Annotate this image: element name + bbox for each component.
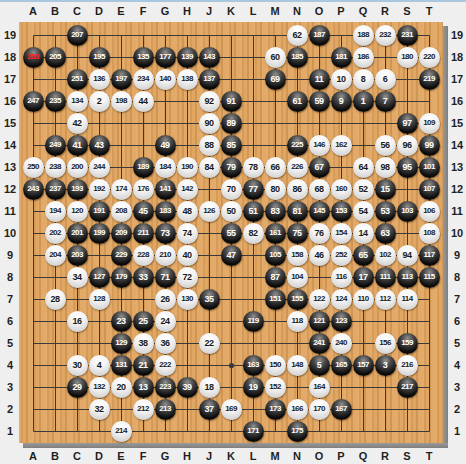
white-stone-G6-move-24: 24: [155, 311, 176, 332]
black-stone-G10-move-73: 73: [155, 223, 176, 244]
move-number: 69: [270, 75, 279, 84]
row-label-right-7: 7: [454, 293, 460, 305]
move-number: 229: [115, 251, 127, 259]
move-number: 46: [314, 251, 323, 260]
black-stone-B14-move-249: 249: [45, 135, 66, 156]
column-label-top-F: F: [140, 5, 147, 17]
black-stone-A18-move-253: 253: [23, 47, 44, 68]
move-number: 123: [335, 317, 347, 325]
column-label-bottom-O: O: [315, 450, 324, 462]
white-stone-R14-move-56: 56: [375, 135, 396, 156]
column-label-top-N: N: [293, 5, 301, 17]
black-stone-L1-move-171: 171: [243, 421, 264, 442]
white-stone-O10-move-76: 76: [309, 223, 330, 244]
move-number: 54: [358, 207, 367, 216]
column-label-top-J: J: [206, 5, 212, 17]
move-number: 238: [49, 163, 61, 171]
move-number: 5: [317, 361, 322, 370]
move-number: 18: [204, 383, 213, 392]
move-number: 41: [72, 141, 81, 150]
move-number: 112: [379, 295, 390, 303]
move-number: 2: [97, 97, 102, 106]
column-label-bottom-B: B: [51, 450, 59, 462]
black-stone-F13-move-189: 189: [133, 157, 154, 178]
black-stone-N1-move-175: 175: [287, 421, 308, 442]
white-stone-J13-move-84: 84: [199, 157, 220, 178]
white-stone-T11-move-106: 106: [419, 201, 440, 222]
move-number: 106: [423, 207, 435, 215]
move-number: 216: [401, 361, 413, 369]
white-stone-J14-move-88: 88: [199, 135, 220, 156]
move-number: 8: [361, 75, 366, 84]
move-number: 136: [93, 75, 105, 83]
column-label-bottom-P: P: [337, 450, 344, 462]
white-stone-R5-move-156: 156: [375, 333, 396, 354]
move-number: 217: [401, 383, 413, 391]
black-stone-O4-move-5: 5: [309, 355, 330, 376]
move-number: 253: [27, 53, 39, 61]
move-number: 202: [49, 229, 61, 237]
white-stone-B11-move-194: 194: [45, 201, 66, 222]
white-stone-D16-move-2: 2: [89, 91, 110, 112]
black-stone-E9-move-229: 229: [111, 245, 132, 266]
white-stone-M12-move-80: 80: [265, 179, 286, 200]
black-stone-F10-move-211: 211: [133, 223, 154, 244]
move-number: 62: [292, 31, 301, 40]
move-number: 4: [97, 361, 102, 370]
black-stone-A12-move-243: 243: [23, 179, 44, 200]
move-number: 153: [335, 207, 347, 215]
column-label-bottom-K: K: [227, 450, 235, 462]
black-stone-O6-move-121: 121: [309, 311, 330, 332]
white-stone-N2-move-166: 166: [287, 399, 308, 420]
move-number: 91: [226, 97, 235, 106]
black-stone-M8-move-87: 87: [265, 267, 286, 288]
board-shadow-bottom: [23, 443, 448, 448]
white-stone-H13-move-190: 190: [177, 157, 198, 178]
white-stone-M3-move-152: 152: [265, 377, 286, 398]
move-number: 138: [181, 75, 193, 83]
black-stone-L12-move-77: 77: [243, 179, 264, 200]
black-stone-G8-move-71: 71: [155, 267, 176, 288]
move-number: 40: [182, 251, 191, 260]
move-number: 103: [401, 207, 413, 215]
column-label-top-E: E: [117, 5, 124, 17]
white-stone-J5-move-22: 22: [199, 333, 220, 354]
white-stone-Q10-move-14: 14: [353, 223, 374, 244]
column-label-top-K: K: [227, 5, 235, 17]
column-label-top-R: R: [381, 5, 389, 17]
white-stone-S18-move-180: 180: [397, 47, 418, 68]
move-number: 70: [226, 185, 235, 194]
black-stone-N14-move-225: 225: [287, 135, 308, 156]
move-number: 141: [159, 185, 171, 193]
move-number: 78: [248, 163, 257, 172]
move-number: 160: [335, 185, 347, 193]
move-number: 97: [402, 119, 411, 128]
black-stone-Q8-move-17: 17: [353, 267, 374, 288]
move-number: 249: [49, 141, 61, 149]
move-number: 214: [115, 427, 127, 435]
move-number: 81: [292, 207, 301, 216]
move-number: 28: [50, 295, 59, 304]
move-number: 128: [93, 295, 105, 303]
black-stone-S15-move-97: 97: [397, 113, 418, 134]
move-number: 17: [358, 273, 367, 282]
white-stone-B7-move-28: 28: [45, 289, 66, 310]
black-stone-A16-move-247: 247: [23, 91, 44, 112]
white-stone-Q12-move-52: 52: [353, 179, 374, 200]
white-stone-Q19-move-188: 188: [353, 25, 374, 46]
move-number: 240: [335, 339, 347, 347]
black-stone-K16-move-91: 91: [221, 91, 242, 112]
move-number: 179: [115, 273, 127, 281]
column-label-top-C: C: [73, 5, 81, 17]
move-number: 171: [247, 427, 259, 435]
move-number: 114: [401, 295, 412, 303]
move-number: 98: [380, 163, 389, 172]
black-stone-P16-move-9: 9: [331, 91, 352, 112]
white-stone-N13-move-226: 226: [287, 157, 308, 178]
column-label-top-P: P: [337, 5, 344, 17]
move-number: 226: [291, 163, 303, 171]
move-number: 207: [71, 31, 83, 39]
move-number: 84: [204, 163, 213, 172]
move-number: 71: [160, 273, 169, 282]
black-stone-D10-move-199: 199: [89, 223, 110, 244]
move-number: 82: [248, 229, 257, 238]
move-number: 189: [137, 163, 149, 171]
white-stone-H8-move-72: 72: [177, 267, 198, 288]
move-number: 164: [313, 383, 325, 391]
go-board[interactable]: 2076218718823223125320519513517713914360…: [19, 22, 443, 443]
move-number: 1: [361, 97, 366, 106]
move-number: 208: [115, 207, 127, 215]
white-stone-G7-move-26: 26: [155, 289, 176, 310]
move-number: 155: [291, 295, 303, 303]
move-number: 220: [423, 53, 435, 61]
move-number: 43: [94, 141, 103, 150]
black-stone-G14-move-49: 49: [155, 135, 176, 156]
black-stone-K10-move-55: 55: [221, 223, 242, 244]
white-stone-S14-move-96: 96: [397, 135, 418, 156]
move-number: 3: [383, 361, 388, 370]
white-stone-Q11-move-54: 54: [353, 201, 374, 222]
black-stone-R12-move-15: 15: [375, 179, 396, 200]
column-label-top-S: S: [403, 5, 410, 17]
column-label-top-O: O: [315, 5, 324, 17]
black-stone-H18-move-139: 139: [177, 47, 198, 68]
column-label-bottom-E: E: [117, 450, 124, 462]
black-stone-J7-move-35: 35: [199, 289, 220, 310]
white-stone-C11-move-120: 120: [67, 201, 88, 222]
move-number: 36: [160, 339, 169, 348]
move-number: 166: [291, 405, 303, 413]
black-stone-F8-move-33: 33: [133, 267, 154, 288]
move-number: 38: [138, 339, 147, 348]
black-stone-B18-move-205: 205: [45, 47, 66, 68]
black-stone-F6-move-25: 25: [133, 311, 154, 332]
row-label-right-6: 6: [454, 315, 460, 327]
move-number: 244: [93, 163, 105, 171]
move-number: 67: [314, 163, 323, 172]
move-number: 151: [269, 295, 281, 303]
move-number: 150: [269, 361, 281, 369]
move-number: 137: [203, 75, 215, 83]
column-label-bottom-D: D: [95, 450, 103, 462]
black-stone-O11-move-145: 145: [309, 201, 330, 222]
move-number: 142: [181, 185, 193, 193]
column-label-top-H: H: [183, 5, 191, 17]
move-number: 148: [291, 361, 303, 369]
white-stone-E16-move-198: 198: [111, 91, 132, 112]
move-number: 11: [315, 75, 324, 84]
white-stone-F5-move-38: 38: [133, 333, 154, 354]
move-number: 180: [401, 53, 413, 61]
white-stone-J15-move-90: 90: [199, 113, 220, 134]
white-stone-P17-move-10: 10: [331, 69, 352, 90]
black-stone-B16-move-235: 235: [45, 91, 66, 112]
move-number: 25: [138, 317, 147, 326]
white-stone-N19-move-62: 62: [287, 25, 308, 46]
move-number: 210: [159, 251, 171, 259]
row-label-right-4: 4: [454, 359, 460, 371]
move-number: 135: [137, 53, 149, 61]
move-number: 126: [203, 207, 215, 215]
move-number: 165: [335, 361, 347, 369]
move-number: 195: [93, 53, 105, 61]
white-stone-C6-move-16: 16: [67, 311, 88, 332]
black-stone-N11-move-81: 81: [287, 201, 308, 222]
move-number: 79: [226, 163, 235, 172]
move-number: 209: [115, 229, 127, 237]
white-stone-D13-move-244: 244: [89, 157, 110, 178]
move-number: 167: [335, 405, 347, 413]
move-number: 129: [115, 339, 127, 347]
row-label-left-6: 6: [7, 315, 13, 327]
black-stone-G18-move-177: 177: [155, 47, 176, 68]
move-number: 29: [72, 383, 81, 392]
black-stone-C14-move-41: 41: [67, 135, 88, 156]
white-stone-C4-move-30: 30: [67, 355, 88, 376]
move-number: 56: [380, 141, 389, 150]
black-stone-N10-move-75: 75: [287, 223, 308, 244]
black-stone-Q9-move-65: 65: [353, 245, 374, 266]
white-stone-N6-move-118: 118: [287, 311, 308, 332]
white-stone-R19-move-232: 232: [375, 25, 396, 46]
move-number: 104: [291, 273, 303, 281]
white-stone-H12-move-142: 142: [177, 179, 198, 200]
column-label-top-G: G: [161, 5, 170, 17]
row-label-left-5: 5: [7, 337, 13, 349]
column-label-top-L: L: [250, 5, 257, 17]
move-number: 181: [335, 53, 347, 61]
move-number: 80: [270, 185, 279, 194]
white-stone-H7-move-130: 130: [177, 289, 198, 310]
black-stone-M2-move-173: 173: [265, 399, 286, 420]
column-label-bottom-J: J: [206, 450, 212, 462]
black-stone-T13-move-101: 101: [419, 157, 440, 178]
white-stone-G5-move-36: 36: [155, 333, 176, 354]
move-number: 190: [181, 163, 193, 171]
white-stone-B13-move-238: 238: [45, 157, 66, 178]
move-number: 158: [291, 251, 303, 259]
row-label-left-17: 17: [4, 73, 16, 85]
white-stone-B9-move-204: 204: [45, 245, 66, 266]
black-stone-S11-move-103: 103: [397, 201, 418, 222]
black-stone-E4-move-131: 131: [111, 355, 132, 376]
move-number: 213: [159, 405, 171, 413]
move-number: 33: [138, 273, 147, 282]
row-label-right-18: 18: [451, 51, 463, 63]
move-number: 96: [402, 141, 411, 150]
go-kifu-viewer: ABCDEFGHJKLMNOPQRST 19181716151413121110…: [0, 0, 466, 464]
row-label-left-19: 19: [4, 29, 16, 41]
move-number: 47: [226, 251, 235, 260]
black-stone-E10-move-209: 209: [111, 223, 132, 244]
white-stone-C15-move-42: 42: [67, 113, 88, 134]
white-stone-P10-move-154: 154: [331, 223, 352, 244]
column-label-bottom-F: F: [140, 450, 147, 462]
black-stone-L4-move-163: 163: [243, 355, 264, 376]
column-label-top-B: B: [51, 5, 59, 17]
white-stone-H17-move-138: 138: [177, 69, 198, 90]
row-label-right-3: 3: [454, 381, 460, 393]
black-stone-R8-move-111: 111: [375, 267, 396, 288]
move-number: 116: [335, 273, 346, 281]
move-number: 192: [93, 185, 105, 193]
black-stone-S5-move-159: 159: [397, 333, 418, 354]
move-number: 48: [182, 207, 191, 216]
black-stone-N7-move-155: 155: [287, 289, 308, 310]
white-stone-E12-move-174: 174: [111, 179, 132, 200]
black-stone-F4-move-21: 21: [133, 355, 154, 376]
move-number: 187: [313, 31, 325, 39]
black-stone-D11-move-191: 191: [89, 201, 110, 222]
move-number: 9: [339, 97, 344, 106]
white-stone-T15-move-109: 109: [419, 113, 440, 134]
white-stone-L10-move-82: 82: [243, 223, 264, 244]
white-stone-J11-move-126: 126: [199, 201, 220, 222]
white-stone-O9-move-46: 46: [309, 245, 330, 266]
move-number: 124: [335, 295, 347, 303]
move-number: 159: [401, 339, 413, 347]
move-number: 156: [379, 339, 391, 347]
black-stone-J18-move-143: 143: [199, 47, 220, 68]
move-number: 13: [138, 383, 147, 392]
black-stone-M17-move-69: 69: [265, 69, 286, 90]
move-number: 110: [357, 295, 368, 303]
move-number: 127: [93, 273, 105, 281]
column-label-bottom-L: L: [250, 450, 257, 462]
white-stone-O2-move-170: 170: [309, 399, 330, 420]
black-stone-C9-move-203: 203: [67, 245, 88, 266]
column-label-top-T: T: [426, 5, 433, 17]
move-number: 121: [313, 317, 325, 325]
move-number: 243: [27, 185, 39, 193]
white-stone-O12-move-68: 68: [309, 179, 330, 200]
move-number: 30: [72, 361, 81, 370]
move-number: 247: [27, 97, 39, 105]
move-number: 162: [335, 141, 347, 149]
black-stone-R16-move-7: 7: [375, 91, 396, 112]
white-stone-M4-move-150: 150: [265, 355, 286, 376]
move-number: 205: [49, 53, 61, 61]
black-stone-G2-move-213: 213: [155, 399, 176, 420]
white-stone-S9-move-94: 94: [397, 245, 418, 266]
move-number: 44: [138, 97, 147, 106]
move-number: 161: [269, 229, 281, 237]
move-number: 177: [159, 53, 171, 61]
row-label-right-17: 17: [451, 73, 463, 85]
white-stone-T10-move-108: 108: [419, 223, 440, 244]
move-number: 201: [71, 229, 83, 237]
black-stone-C10-move-201: 201: [67, 223, 88, 244]
black-stone-F3-move-13: 13: [133, 377, 154, 398]
white-stone-Q7-move-110: 110: [353, 289, 374, 310]
move-number: 108: [423, 229, 435, 237]
white-stone-K12-move-70: 70: [221, 179, 242, 200]
black-stone-S3-move-217: 217: [397, 377, 418, 398]
row-label-left-8: 8: [7, 271, 13, 283]
black-stone-M10-move-161: 161: [265, 223, 286, 244]
black-stone-C19-move-207: 207: [67, 25, 88, 46]
black-stone-F18-move-135: 135: [133, 47, 154, 68]
move-number: 223: [159, 383, 171, 391]
black-stone-N18-move-185: 185: [287, 47, 308, 68]
black-stone-J2-move-37: 37: [199, 399, 220, 420]
move-number: 66: [270, 163, 279, 172]
black-stone-O5-move-241: 241: [309, 333, 330, 354]
white-stone-D12-move-192: 192: [89, 179, 110, 200]
move-number: 92: [204, 97, 213, 106]
row-label-right-2: 2: [454, 403, 460, 415]
black-stone-R10-move-63: 63: [375, 223, 396, 244]
white-stone-E3-move-20: 20: [111, 377, 132, 398]
move-number: 99: [424, 141, 433, 150]
row-label-right-16: 16: [451, 95, 463, 107]
white-stone-N12-move-86: 86: [287, 179, 308, 200]
move-number: 65: [358, 251, 367, 260]
move-number: 163: [247, 361, 259, 369]
black-stone-J17-move-137: 137: [199, 69, 220, 90]
move-number: 72: [182, 273, 191, 282]
black-stone-G12-move-141: 141: [155, 179, 176, 200]
white-stone-D7-move-128: 128: [89, 289, 110, 310]
row-label-left-12: 12: [4, 183, 16, 195]
row-label-right-10: 10: [451, 227, 463, 239]
row-label-left-15: 15: [4, 117, 16, 129]
black-stone-Q4-move-157: 157: [353, 355, 374, 376]
black-stone-R4-move-3: 3: [375, 355, 396, 376]
move-number: 55: [226, 229, 235, 238]
move-number: 109: [423, 119, 435, 127]
row-label-left-10: 10: [4, 227, 16, 239]
black-stone-G11-move-183: 183: [155, 201, 176, 222]
move-number: 194: [49, 207, 61, 215]
move-number: 219: [423, 75, 435, 83]
move-number: 63: [380, 229, 389, 238]
black-stone-S13-move-95: 95: [397, 157, 418, 178]
move-number: 83: [270, 207, 279, 216]
column-label-top-A: A: [29, 5, 37, 17]
move-number: 225: [291, 141, 303, 149]
black-stone-C12-move-193: 193: [67, 179, 88, 200]
column-label-bottom-A: A: [29, 450, 37, 462]
move-number: 113: [401, 273, 412, 281]
black-stone-D8-move-127: 127: [89, 267, 110, 288]
move-number: 61: [292, 97, 301, 106]
